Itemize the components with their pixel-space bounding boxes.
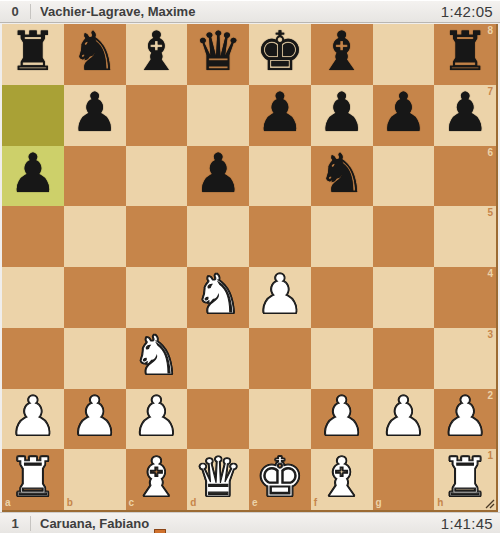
square-f7[interactable]: ♟ — [311, 85, 373, 146]
square-b4[interactable] — [64, 267, 126, 328]
square-c8[interactable]: ♝ — [126, 24, 188, 85]
file-label-e: e — [252, 498, 258, 508]
square-c6[interactable] — [126, 146, 188, 207]
black-pawn: ♟ — [256, 86, 304, 140]
player-bar-black: 0 Vachier-Lagrave, Maxime 1:42:05 — [0, 0, 500, 23]
square-e8[interactable]: ♚ — [249, 24, 311, 85]
square-h4[interactable]: 4 — [434, 267, 496, 328]
score-divider — [30, 4, 31, 19]
square-g5[interactable] — [373, 206, 435, 267]
square-f3[interactable] — [311, 328, 373, 389]
square-c3[interactable]: ♞ — [126, 328, 188, 389]
square-e5[interactable] — [249, 206, 311, 267]
square-b8[interactable]: ♞ — [64, 24, 126, 85]
square-b2[interactable]: ♟ — [64, 389, 126, 450]
square-g8[interactable] — [373, 24, 435, 85]
black-player-name: Vachier-Lagrave, Maxime — [40, 4, 441, 19]
black-pawn: ♟ — [441, 86, 489, 140]
file-label-a: a — [5, 498, 11, 508]
black-clock: 1:42:05 — [441, 3, 493, 20]
square-c5[interactable] — [126, 206, 188, 267]
file-label-c: c — [129, 498, 135, 508]
white-pawn: ♟ — [9, 390, 57, 444]
white-bishop: ♝ — [132, 451, 180, 505]
broadcast-window: 0 Vachier-Lagrave, Maxime 1:42:05 ♜♞♝♛♚♝… — [0, 0, 500, 533]
black-bishop: ♝ — [317, 25, 365, 79]
square-f2[interactable]: ♟ — [311, 389, 373, 450]
white-rook: ♜ — [9, 451, 57, 505]
square-b3[interactable] — [64, 328, 126, 389]
square-f5[interactable] — [311, 206, 373, 267]
square-d6[interactable]: ♟ — [187, 146, 249, 207]
black-king: ♚ — [256, 25, 304, 79]
square-b7[interactable]: ♟ — [64, 85, 126, 146]
square-b1[interactable]: b — [64, 449, 126, 510]
black-pawn: ♟ — [379, 86, 427, 140]
square-h3[interactable]: 3 — [434, 328, 496, 389]
black-score: 0 — [0, 4, 30, 19]
chess-board: ♜♞♝♛♚♝♜8♟♟♟♟♟7♟♟♞65♞♟4♞3♟♟♟♟♟♟2♜ab♝c♛d♚e… — [2, 24, 498, 512]
black-queen: ♛ — [194, 25, 242, 79]
black-pawn: ♟ — [9, 147, 57, 201]
square-e6[interactable] — [249, 146, 311, 207]
file-label-b: b — [67, 498, 73, 508]
square-f6[interactable]: ♞ — [311, 146, 373, 207]
square-g3[interactable] — [373, 328, 435, 389]
rank-label-3: 3 — [487, 330, 493, 340]
square-d1[interactable]: ♛d — [187, 449, 249, 510]
file-label-d: d — [190, 498, 196, 508]
square-a6[interactable]: ♟ — [2, 146, 64, 207]
file-label-f: f — [314, 498, 317, 508]
white-king: ♚ — [256, 451, 304, 505]
square-e1[interactable]: ♚e — [249, 449, 311, 510]
square-f1[interactable]: ♝f — [311, 449, 373, 510]
rank-label-4: 4 — [487, 269, 493, 279]
rank-label-5: 5 — [487, 208, 493, 218]
rank-label-8: 8 — [487, 26, 493, 36]
rank-label-7: 7 — [487, 87, 493, 97]
black-pawn: ♟ — [70, 86, 118, 140]
square-f4[interactable] — [311, 267, 373, 328]
square-d2[interactable] — [187, 389, 249, 450]
white-bishop: ♝ — [317, 451, 365, 505]
white-pawn: ♟ — [256, 268, 304, 322]
black-rook: ♜ — [441, 25, 489, 79]
square-d4[interactable]: ♞ — [187, 267, 249, 328]
square-b6[interactable] — [64, 146, 126, 207]
square-a1[interactable]: ♜a — [2, 449, 64, 510]
rank-label-2: 2 — [487, 391, 493, 401]
square-e7[interactable]: ♟ — [249, 85, 311, 146]
white-pawn: ♟ — [441, 390, 489, 444]
file-label-h: h — [437, 498, 443, 508]
square-b5[interactable] — [64, 206, 126, 267]
player-bar-white: 1 Caruana, Fabiano 1:41:45 — [0, 512, 500, 533]
white-knight: ♞ — [132, 329, 180, 383]
square-d7[interactable] — [187, 85, 249, 146]
square-c1[interactable]: ♝c — [126, 449, 188, 510]
square-d8[interactable]: ♛ — [187, 24, 249, 85]
board-resize-grip[interactable] — [483, 497, 495, 509]
black-pawn: ♟ — [194, 147, 242, 201]
black-rook: ♜ — [9, 25, 57, 79]
square-f8[interactable]: ♝ — [311, 24, 373, 85]
square-a3[interactable] — [2, 328, 64, 389]
square-c4[interactable] — [126, 267, 188, 328]
square-c2[interactable]: ♟ — [126, 389, 188, 450]
white-score: 1 — [0, 516, 30, 531]
square-e2[interactable] — [249, 389, 311, 450]
square-a2[interactable]: ♟ — [2, 389, 64, 450]
black-pawn: ♟ — [317, 86, 365, 140]
square-h8[interactable]: ♜8 — [434, 24, 496, 85]
square-d5[interactable] — [187, 206, 249, 267]
bottom-peek-element — [154, 529, 166, 533]
square-g6[interactable] — [373, 146, 435, 207]
square-h7[interactable]: ♟7 — [434, 85, 496, 146]
square-h2[interactable]: ♟2 — [434, 389, 496, 450]
score-divider — [30, 516, 31, 531]
black-bishop: ♝ — [132, 25, 180, 79]
square-e4[interactable]: ♟ — [249, 267, 311, 328]
white-pawn: ♟ — [317, 390, 365, 444]
rank-label-6: 6 — [487, 148, 493, 158]
white-queen: ♛ — [194, 451, 242, 505]
square-g1[interactable]: g — [373, 449, 435, 510]
white-clock: 1:41:45 — [441, 515, 493, 532]
square-a4[interactable] — [2, 267, 64, 328]
square-a5[interactable] — [2, 206, 64, 267]
square-d3[interactable] — [187, 328, 249, 389]
square-g7[interactable]: ♟ — [373, 85, 435, 146]
square-g2[interactable]: ♟ — [373, 389, 435, 450]
square-a8[interactable]: ♜ — [2, 24, 64, 85]
square-g4[interactable] — [373, 267, 435, 328]
white-pawn: ♟ — [379, 390, 427, 444]
square-e3[interactable] — [249, 328, 311, 389]
white-pawn: ♟ — [70, 390, 118, 444]
square-h5[interactable]: 5 — [434, 206, 496, 267]
white-player-name: Caruana, Fabiano — [40, 516, 441, 531]
square-h6[interactable]: 6 — [434, 146, 496, 207]
white-knight: ♞ — [194, 268, 242, 322]
rank-label-1: 1 — [487, 451, 493, 461]
square-a7[interactable] — [2, 85, 64, 146]
file-label-g: g — [376, 498, 382, 508]
white-pawn: ♟ — [132, 390, 180, 444]
black-knight: ♞ — [317, 147, 365, 201]
square-c7[interactable] — [126, 85, 188, 146]
black-knight: ♞ — [70, 25, 118, 79]
